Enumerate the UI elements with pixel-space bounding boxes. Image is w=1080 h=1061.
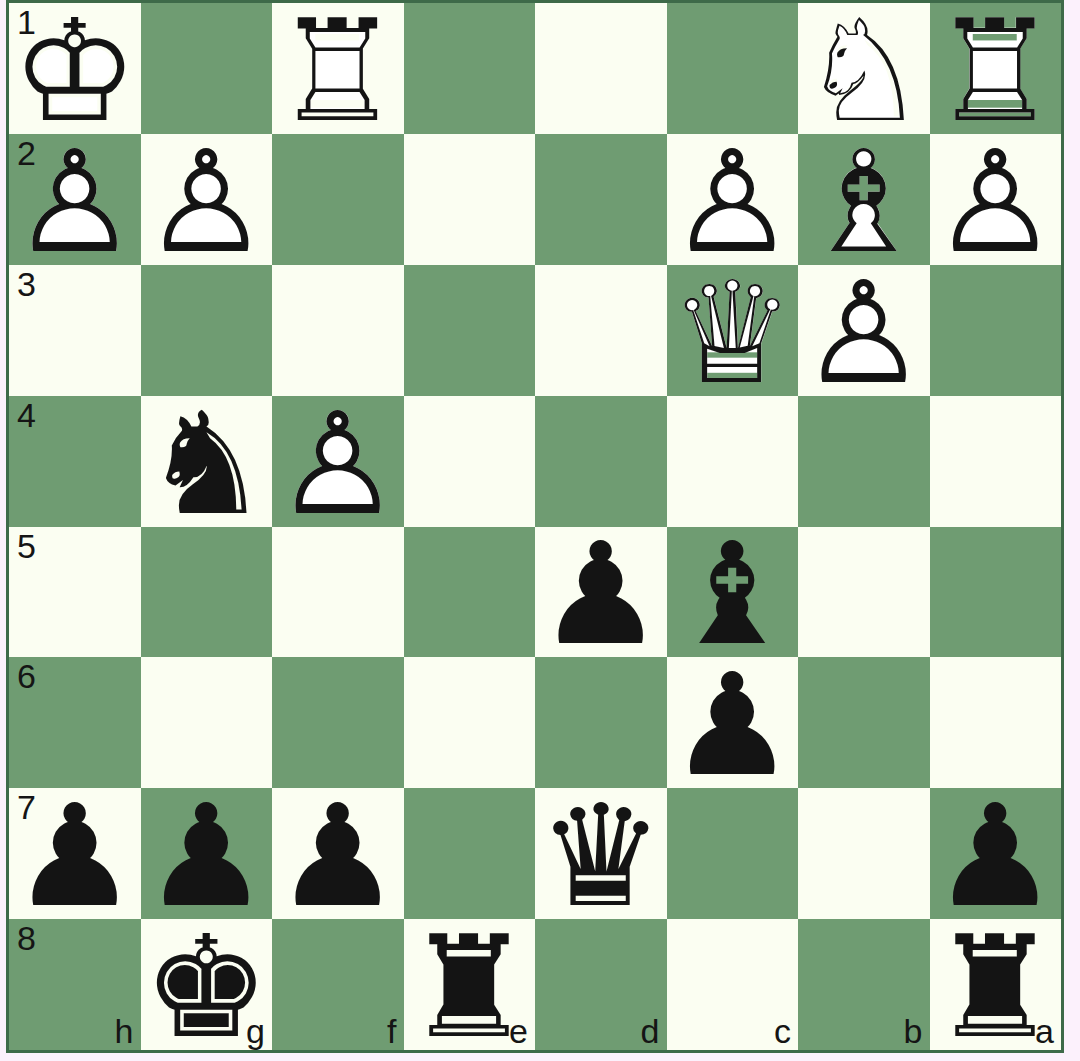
square-c1[interactable] <box>667 3 799 134</box>
square-h5[interactable]: 5 <box>9 527 141 658</box>
chess-board: 1♚♔♜♖♞♘♜♖2♟♙♟♙♟♙♝♗♟♙3♛♕♟♙4♞♟♙5♟♝6♟7♟♟♟♛♟… <box>6 0 1064 1053</box>
square-e4[interactable] <box>404 396 536 527</box>
white-pawn-piece[interactable]: ♟♙ <box>798 265 930 396</box>
square-a7[interactable]: ♟ <box>930 788 1062 919</box>
square-b4[interactable] <box>798 396 930 527</box>
rank-label-3: 3 <box>17 266 36 303</box>
black-queen-piece[interactable]: ♛ <box>535 788 667 919</box>
white-pawn-outline-icon: ♙ <box>667 137 799 268</box>
white-knight-outline-icon: ♘ <box>798 6 930 137</box>
square-e2[interactable] <box>404 134 536 265</box>
black-pawn-icon: ♟ <box>535 530 667 661</box>
black-rook-piece[interactable]: ♜ <box>930 919 1062 1050</box>
square-b6[interactable] <box>798 657 930 788</box>
square-h4[interactable]: 4 <box>9 396 141 527</box>
black-knight-icon: ♞ <box>141 399 273 530</box>
square-e3[interactable] <box>404 265 536 396</box>
white-pawn-piece[interactable]: ♟♙ <box>930 134 1062 265</box>
square-d6[interactable] <box>535 657 667 788</box>
square-g6[interactable] <box>141 657 273 788</box>
file-label-b: b <box>904 1013 923 1050</box>
square-b2[interactable]: ♝♗ <box>798 134 930 265</box>
black-pawn-piece[interactable]: ♟ <box>535 527 667 658</box>
square-d1[interactable] <box>535 3 667 134</box>
rank-label-6: 6 <box>17 658 36 695</box>
square-g5[interactable] <box>141 527 273 658</box>
square-f4[interactable]: ♟♙ <box>272 396 404 527</box>
black-pawn-piece[interactable]: ♟ <box>667 657 799 788</box>
black-pawn-piece[interactable]: ♟ <box>272 788 404 919</box>
square-b8[interactable]: b <box>798 919 930 1050</box>
square-a2[interactable]: ♟♙ <box>930 134 1062 265</box>
black-pawn-piece[interactable]: ♟ <box>930 788 1062 919</box>
white-knight-piece[interactable]: ♞♘ <box>798 3 930 134</box>
square-d2[interactable] <box>535 134 667 265</box>
square-e6[interactable] <box>404 657 536 788</box>
square-d3[interactable] <box>535 265 667 396</box>
square-g8[interactable]: g♚ <box>141 919 273 1050</box>
white-pawn-outline-icon: ♙ <box>141 137 273 268</box>
rank-label-7: 7 <box>17 789 36 826</box>
square-b7[interactable] <box>798 788 930 919</box>
square-h1[interactable]: 1♚♔ <box>9 3 141 134</box>
black-pawn-icon: ♟ <box>141 791 273 922</box>
square-d8[interactable]: d <box>535 919 667 1050</box>
square-f1[interactable]: ♜♖ <box>272 3 404 134</box>
black-bishop-icon: ♝ <box>667 530 799 661</box>
square-c3[interactable]: ♛♕ <box>667 265 799 396</box>
black-pawn-icon: ♟ <box>272 791 404 922</box>
black-king-piece[interactable]: ♚ <box>141 919 273 1050</box>
square-e1[interactable] <box>404 3 536 134</box>
square-e5[interactable] <box>404 527 536 658</box>
black-rook-piece[interactable]: ♜ <box>404 919 536 1050</box>
square-h8[interactable]: 8h <box>9 919 141 1050</box>
black-rook-icon: ♜ <box>404 922 536 1053</box>
square-e7[interactable] <box>404 788 536 919</box>
white-pawn-outline-icon: ♙ <box>272 399 404 530</box>
white-rook-piece[interactable]: ♜♖ <box>930 3 1062 134</box>
square-f2[interactable] <box>272 134 404 265</box>
square-a6[interactable] <box>930 657 1062 788</box>
white-pawn-outline-icon: ♙ <box>798 268 930 399</box>
square-f8[interactable]: f <box>272 919 404 1050</box>
square-a4[interactable] <box>930 396 1062 527</box>
file-label-f: f <box>387 1013 396 1050</box>
black-queen-icon: ♛ <box>535 791 667 922</box>
white-bishop-piece[interactable]: ♝♗ <box>798 134 930 265</box>
file-label-h: h <box>115 1013 134 1050</box>
file-label-c: c <box>774 1013 791 1050</box>
black-rook-icon: ♜ <box>930 922 1062 1053</box>
square-d4[interactable] <box>535 396 667 527</box>
black-pawn-icon: ♟ <box>930 791 1062 922</box>
square-g3[interactable] <box>141 265 273 396</box>
square-h3[interactable]: 3 <box>9 265 141 396</box>
white-bishop-outline-icon: ♗ <box>798 137 930 268</box>
white-pawn-piece[interactable]: ♟♙ <box>667 134 799 265</box>
square-a3[interactable] <box>930 265 1062 396</box>
square-a8[interactable]: a♜ <box>930 919 1062 1050</box>
file-label-d: d <box>641 1013 660 1050</box>
square-e8[interactable]: e♜ <box>404 919 536 1050</box>
black-pawn-icon: ♟ <box>667 660 799 791</box>
square-b1[interactable]: ♞♘ <box>798 3 930 134</box>
square-f7[interactable]: ♟ <box>272 788 404 919</box>
rank-label-1: 1 <box>17 4 36 41</box>
square-b5[interactable] <box>798 527 930 658</box>
square-c4[interactable] <box>667 396 799 527</box>
rank-label-8: 8 <box>17 920 36 957</box>
black-pawn-piece[interactable]: ♟ <box>141 788 273 919</box>
square-f5[interactable] <box>272 527 404 658</box>
square-h7[interactable]: 7♟ <box>9 788 141 919</box>
square-c2[interactable]: ♟♙ <box>667 134 799 265</box>
square-g2[interactable]: ♟♙ <box>141 134 273 265</box>
square-f3[interactable] <box>272 265 404 396</box>
square-a1[interactable]: ♜♖ <box>930 3 1062 134</box>
square-c6[interactable]: ♟ <box>667 657 799 788</box>
square-b3[interactable]: ♟♙ <box>798 265 930 396</box>
square-c8[interactable]: c <box>667 919 799 1050</box>
white-pawn-piece[interactable]: ♟♙ <box>141 134 273 265</box>
square-c5[interactable]: ♝ <box>667 527 799 658</box>
white-pawn-outline-icon: ♙ <box>930 137 1062 268</box>
white-rook-outline-icon: ♖ <box>930 6 1062 137</box>
black-bishop-piece[interactable]: ♝ <box>667 527 799 658</box>
square-h6[interactable]: 6 <box>9 657 141 788</box>
square-d7[interactable]: ♛ <box>535 788 667 919</box>
white-queen-piece[interactable]: ♛♕ <box>667 265 799 396</box>
white-rook-piece[interactable]: ♜♖ <box>272 3 404 134</box>
white-rook-outline-icon: ♖ <box>272 6 404 137</box>
square-g4[interactable]: ♞ <box>141 396 273 527</box>
rank-label-5: 5 <box>17 528 36 565</box>
black-king-icon: ♚ <box>141 922 273 1053</box>
white-pawn-piece[interactable]: ♟♙ <box>272 396 404 527</box>
rank-label-4: 4 <box>17 397 36 434</box>
square-d5[interactable]: ♟ <box>535 527 667 658</box>
square-c7[interactable] <box>667 788 799 919</box>
square-f6[interactable] <box>272 657 404 788</box>
rank-label-2: 2 <box>17 135 36 172</box>
square-g7[interactable]: ♟ <box>141 788 273 919</box>
square-a5[interactable] <box>930 527 1062 658</box>
white-queen-outline-icon: ♕ <box>667 268 799 399</box>
square-h2[interactable]: 2♟♙ <box>9 134 141 265</box>
square-g1[interactable] <box>141 3 273 134</box>
black-knight-piece[interactable]: ♞ <box>141 396 273 527</box>
